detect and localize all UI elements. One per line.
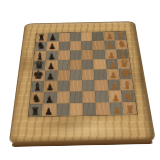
piece-white-pawn-e2[interactable]: ♟ xyxy=(107,71,120,80)
square-d7[interactable]: ♟ xyxy=(45,60,57,70)
piece-black-bishop-f8[interactable]: ♝ xyxy=(31,81,44,92)
square-d6[interactable] xyxy=(58,60,70,70)
square-f3[interactable] xyxy=(94,80,107,91)
square-c3[interactable] xyxy=(93,50,105,60)
square-f4[interactable] xyxy=(82,80,95,91)
square-a2[interactable]: ♟ xyxy=(103,32,115,41)
chess-photo-canvas: ♜♟♟♜♞♟♟♞♝♟♟♝♛♟♟♛♚♟♟♚♝♟♟♝♞♟♟♞♜♟♟♜ xyxy=(0,0,160,160)
square-a6[interactable] xyxy=(59,33,70,42)
square-c5[interactable] xyxy=(70,50,82,60)
piece-black-pawn-a7[interactable]: ♟ xyxy=(47,34,58,42)
square-c4[interactable] xyxy=(81,50,93,60)
square-b7[interactable]: ♟ xyxy=(47,42,59,51)
square-f7[interactable]: ♟ xyxy=(44,81,57,92)
square-d5[interactable] xyxy=(70,60,82,70)
chess-board: ♜♟♟♜♞♟♟♞♝♟♟♝♛♟♟♛♚♟♟♚♝♟♟♝♞♟♟♞♜♟♟♜ xyxy=(9,21,156,144)
piece-black-knight-g8[interactable]: ♞ xyxy=(30,93,43,104)
square-h7[interactable]: ♟ xyxy=(42,104,56,117)
square-a4[interactable] xyxy=(81,32,92,41)
square-c7[interactable]: ♟ xyxy=(46,51,58,61)
piece-black-rook-h8[interactable]: ♜ xyxy=(29,106,43,117)
piece-black-pawn-f7[interactable]: ♟ xyxy=(44,83,57,92)
square-g5[interactable] xyxy=(69,91,82,103)
square-c2[interactable]: ♟ xyxy=(104,49,117,59)
piece-black-pawn-h7[interactable]: ♟ xyxy=(42,107,56,117)
square-h6[interactable] xyxy=(56,103,70,116)
square-b2[interactable]: ♟ xyxy=(104,40,116,49)
square-g3[interactable] xyxy=(95,91,109,103)
square-e7[interactable]: ♟ xyxy=(45,70,58,81)
square-g4[interactable] xyxy=(82,91,95,103)
square-b4[interactable] xyxy=(81,41,93,50)
piece-white-pawn-c2[interactable]: ♟ xyxy=(105,51,117,59)
square-h2[interactable]: ♟ xyxy=(109,102,124,115)
piece-white-pawn-d2[interactable]: ♟ xyxy=(106,61,118,70)
square-d4[interactable] xyxy=(82,59,94,69)
piece-white-bishop-f1[interactable]: ♝ xyxy=(120,79,133,90)
square-e6[interactable] xyxy=(57,70,70,81)
piece-white-knight-g1[interactable]: ♞ xyxy=(122,91,135,102)
piece-black-pawn-c7[interactable]: ♟ xyxy=(46,52,58,60)
square-g2[interactable]: ♟ xyxy=(108,90,122,102)
square-e4[interactable] xyxy=(82,69,95,80)
piece-white-pawn-f2[interactable]: ♟ xyxy=(108,82,121,91)
square-g6[interactable] xyxy=(56,92,69,104)
piece-white-rook-h1[interactable]: ♜ xyxy=(123,104,137,115)
square-e3[interactable] xyxy=(94,69,107,80)
piece-white-pawn-g2[interactable]: ♟ xyxy=(109,93,122,102)
piece-white-pawn-h2[interactable]: ♟ xyxy=(110,105,124,115)
square-h5[interactable] xyxy=(69,103,82,116)
square-a5[interactable] xyxy=(70,33,81,42)
square-f2[interactable]: ♟ xyxy=(107,79,121,90)
square-d3[interactable] xyxy=(93,59,106,69)
piece-white-pawn-b2[interactable]: ♟ xyxy=(104,41,116,49)
square-a3[interactable] xyxy=(92,32,104,41)
square-c6[interactable] xyxy=(58,50,70,60)
piece-black-pawn-d7[interactable]: ♟ xyxy=(45,62,57,71)
piece-white-pawn-a2[interactable]: ♟ xyxy=(103,33,114,41)
square-e2[interactable]: ♟ xyxy=(106,69,119,80)
piece-black-pawn-g7[interactable]: ♟ xyxy=(43,94,56,103)
piece-black-king-e8[interactable]: ♚ xyxy=(32,69,45,81)
square-b5[interactable] xyxy=(70,41,82,50)
square-h4[interactable] xyxy=(83,103,97,116)
square-d2[interactable]: ♟ xyxy=(105,59,118,69)
square-f6[interactable] xyxy=(57,80,70,91)
square-a7[interactable]: ♟ xyxy=(47,33,59,42)
square-b3[interactable] xyxy=(92,41,104,50)
board-front-edge xyxy=(12,139,153,147)
square-f1[interactable]: ♝ xyxy=(119,79,133,90)
piece-black-pawn-b7[interactable]: ♟ xyxy=(47,43,59,51)
square-f5[interactable] xyxy=(70,80,83,91)
board-tilt-wrapper: ♜♟♟♜♞♟♟♞♝♟♟♝♛♟♟♛♚♟♟♚♝♟♟♝♞♟♟♞♜♟♟♜ xyxy=(0,0,160,160)
square-g7[interactable]: ♟ xyxy=(43,92,57,104)
square-g1[interactable]: ♞ xyxy=(121,90,135,102)
square-h3[interactable] xyxy=(96,102,110,115)
square-b6[interactable] xyxy=(58,41,70,50)
square-h1[interactable]: ♜ xyxy=(122,102,137,115)
square-e5[interactable] xyxy=(70,70,82,81)
board-grid: ♜♟♟♜♞♟♟♞♝♟♟♝♛♟♟♛♚♟♟♚♝♟♟♝♞♟♟♞♜♟♟♜ xyxy=(28,31,138,117)
piece-black-pawn-e7[interactable]: ♟ xyxy=(45,72,58,81)
